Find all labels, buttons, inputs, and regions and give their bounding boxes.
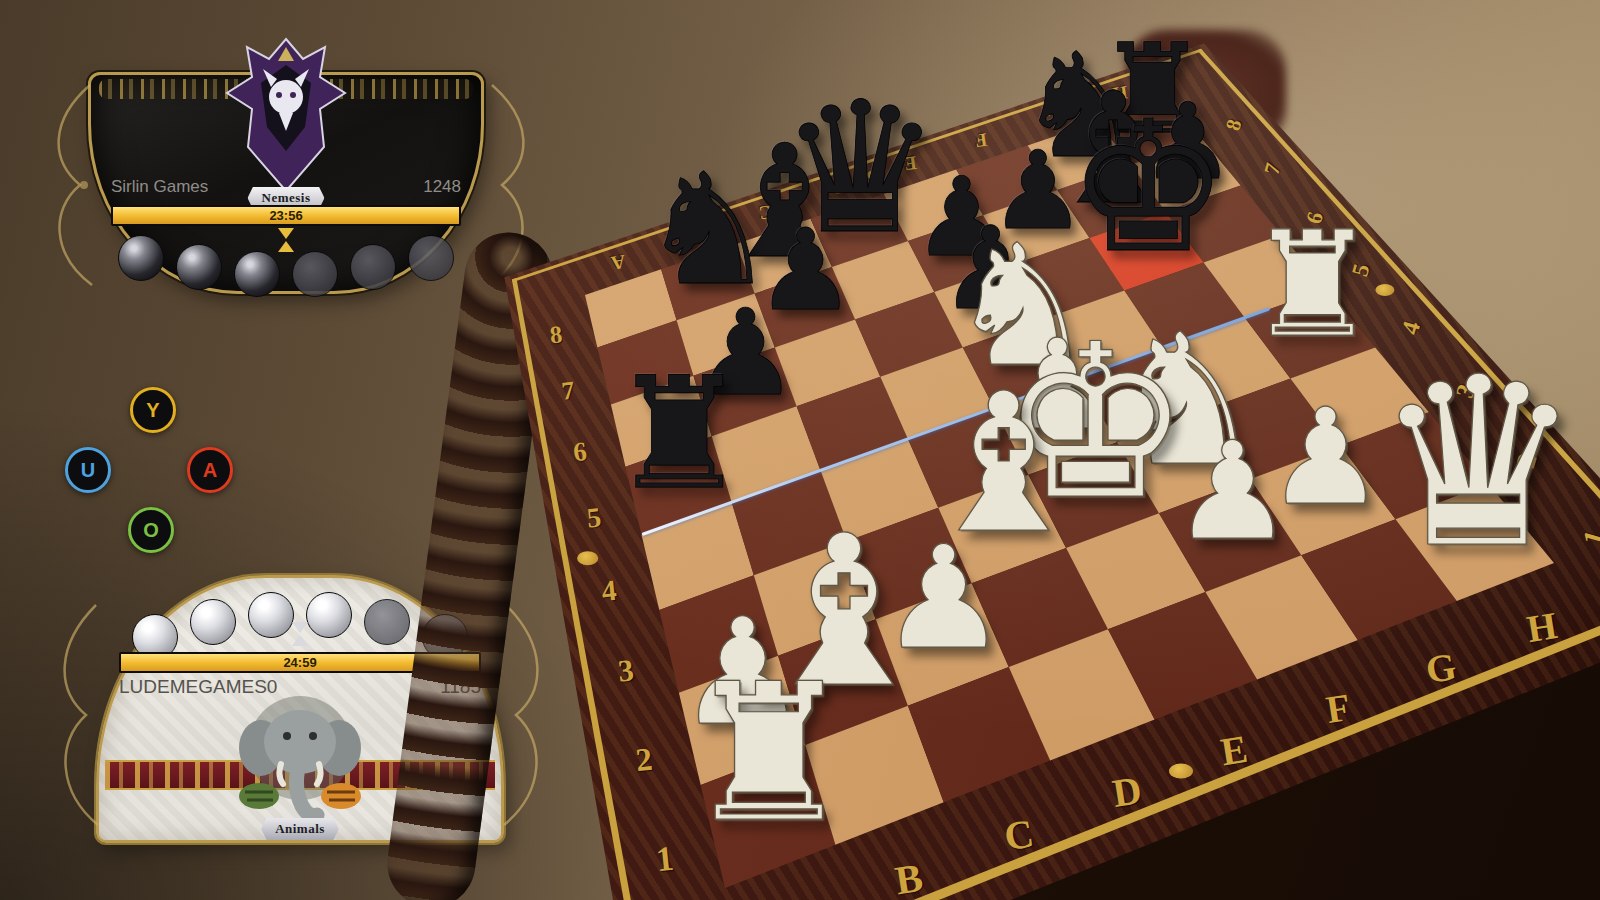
controller-button-a[interactable]: A — [187, 447, 233, 493]
rank-label-left-4: 4 — [600, 573, 618, 607]
button-label-u: U — [81, 459, 95, 482]
button-label-o: O — [143, 519, 159, 542]
file-label-far-a: A — [609, 250, 626, 274]
midline-marker-dot — [577, 551, 599, 565]
midline-marker-dot — [1376, 284, 1395, 296]
rank-label-left-1: 1 — [654, 839, 675, 880]
piece-white-pawn-f2[interactable]: ♟ — [1172, 424, 1293, 559]
button-label-a: A — [203, 459, 217, 482]
rank-label-left-7: 7 — [560, 375, 576, 406]
game-screen: 8877665544332211AABBCCDDEEFFGGHH♞♝♛♞♜♟♟♟… — [0, 0, 1600, 900]
piece-black-rook-a5[interactable]: ♜ — [610, 357, 748, 511]
controller-button-u[interactable]: U — [65, 447, 111, 493]
file-label-near-h: H — [1523, 603, 1559, 651]
controller-button-o[interactable]: O — [128, 507, 174, 553]
rank-label-left-3: 3 — [616, 652, 635, 689]
midline-marker-dot — [1169, 763, 1193, 778]
piece-white-rook-a1[interactable]: ♜ — [683, 659, 853, 849]
piece-white-queen-h1[interactable]: ♛ — [1373, 346, 1583, 580]
file-label-near-g: G — [1423, 643, 1459, 691]
button-label-y: Y — [146, 399, 159, 422]
chess-board: 8877665544332211AABBCCDDEEFFGGHH♞♝♛♞♜♟♟♟… — [0, 0, 1600, 900]
controller-button-y[interactable]: Y — [130, 387, 176, 433]
